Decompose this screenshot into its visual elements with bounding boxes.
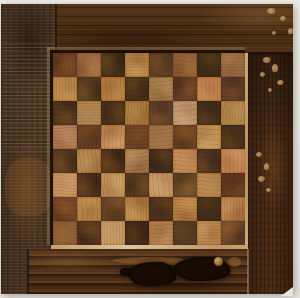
frame-corner-chip: [281, 287, 293, 296]
square-h2: [221, 197, 245, 221]
square-c5: [101, 125, 125, 149]
square-d1: [125, 221, 149, 245]
square-d8: [125, 53, 149, 77]
square-a4: [53, 149, 77, 173]
frame-joint-bottom-right: [247, 249, 249, 294]
wear-fleck: [277, 80, 284, 85]
square-h3: [221, 173, 245, 197]
square-c1: [101, 221, 125, 245]
square-f3: [173, 173, 197, 197]
square-b1: [77, 221, 101, 245]
square-e8: [149, 53, 173, 77]
square-e7: [149, 77, 173, 101]
square-d7: [125, 77, 149, 101]
square-g5: [197, 125, 221, 149]
square-d6: [125, 101, 149, 125]
square-g6: [197, 101, 221, 125]
square-b2: [77, 197, 101, 221]
frame-top-rail: [56, 4, 293, 53]
square-c8: [101, 53, 125, 77]
square-c3: [101, 173, 125, 197]
frame-joint-top-left: [55, 4, 57, 53]
square-b4: [77, 149, 101, 173]
square-d4: [125, 149, 149, 173]
square-c4: [101, 149, 125, 173]
square-h5: [221, 125, 245, 149]
board-photo: [0, 0, 300, 298]
square-g1: [197, 221, 221, 245]
wear-fleck: [258, 176, 265, 182]
board-crack-right: [245, 53, 248, 249]
square-b7: [77, 77, 101, 101]
square-a7: [53, 77, 77, 101]
square-c6: [101, 101, 125, 125]
square-g2: [197, 197, 221, 221]
square-a6: [53, 101, 77, 125]
wear-fleck: [267, 8, 276, 14]
square-f4: [173, 149, 197, 173]
square-e5: [149, 125, 173, 149]
game-board: [53, 53, 245, 245]
square-h4: [221, 149, 245, 173]
square-g4: [197, 149, 221, 173]
square-h6: [221, 101, 245, 125]
square-g8: [197, 53, 221, 77]
square-f5: [173, 125, 197, 149]
square-f8: [173, 53, 197, 77]
damage-hole: [128, 262, 176, 286]
square-b3: [77, 173, 101, 197]
square-d3: [125, 173, 149, 197]
square-c7: [101, 77, 125, 101]
square-e2: [149, 197, 173, 221]
board-crack-bottom: [51, 245, 248, 249]
frame-joint-top-right: [248, 52, 293, 54]
left-rail-worn-patch: [5, 158, 53, 216]
square-e1: [149, 221, 173, 245]
square-e6: [149, 101, 173, 125]
wear-fleck: [268, 88, 272, 92]
wear-fleck: [272, 31, 276, 35]
wear-fleck: [256, 152, 262, 157]
square-e4: [149, 149, 173, 173]
wear-fleck: [288, 28, 293, 35]
square-a1: [53, 221, 77, 245]
square-h7: [221, 77, 245, 101]
square-h8: [221, 53, 245, 77]
wear-fleck: [260, 72, 265, 77]
wear-fleck: [263, 57, 271, 63]
square-a2: [53, 197, 77, 221]
square-f2: [173, 197, 197, 221]
wear-fleck: [272, 64, 278, 73]
square-a3: [53, 173, 77, 197]
square-e3: [149, 173, 173, 197]
wear-fleck: [266, 188, 271, 192]
square-a8: [53, 53, 77, 77]
square-h1: [221, 221, 245, 245]
square-d2: [125, 197, 149, 221]
square-b5: [77, 125, 101, 149]
square-b8: [77, 53, 101, 77]
square-f1: [173, 221, 197, 245]
frame-joint-bottom-left: [27, 249, 29, 294]
chipped-wood-highlight: [228, 257, 241, 267]
square-g3: [197, 173, 221, 197]
square-f7: [173, 77, 197, 101]
wear-fleck: [264, 163, 269, 171]
square-b6: [77, 101, 101, 125]
square-g7: [197, 77, 221, 101]
nail-icon: [214, 257, 223, 266]
square-d5: [125, 125, 149, 149]
wear-fleck: [280, 16, 286, 21]
square-a5: [53, 125, 77, 149]
square-f6: [173, 101, 197, 125]
square-c2: [101, 197, 125, 221]
